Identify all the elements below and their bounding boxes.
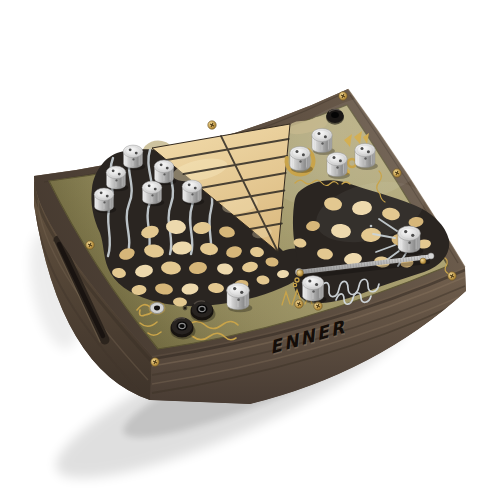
metal-knob[interactable] <box>398 226 424 255</box>
metal-knob[interactable] <box>123 145 145 170</box>
metal-knob[interactable] <box>94 188 116 213</box>
metal-knob[interactable] <box>227 283 253 312</box>
mini-socket[interactable] <box>149 301 166 315</box>
metal-knob[interactable] <box>355 143 378 170</box>
brass-screw <box>393 169 401 177</box>
brass-screw <box>208 121 216 129</box>
metal-knob[interactable] <box>327 152 350 179</box>
metal-knob[interactable] <box>290 146 313 173</box>
product-photo: ENNER ENNER <box>0 0 500 500</box>
metal-knob[interactable] <box>182 180 204 205</box>
pin-hole <box>183 306 188 311</box>
metal-knob[interactable] <box>302 276 326 304</box>
brass-screw <box>339 92 347 100</box>
brass-screw <box>448 272 456 280</box>
brass-screw <box>151 358 159 366</box>
metal-knob[interactable] <box>154 160 176 185</box>
metal-knob[interactable] <box>142 181 164 206</box>
brass-screw <box>295 300 303 308</box>
metal-knob[interactable] <box>312 128 335 155</box>
metal-knob[interactable] <box>106 166 128 191</box>
enner-board: ENNER ENNER <box>0 0 500 500</box>
rubber-grommet <box>326 109 344 125</box>
brass-screw <box>86 241 94 249</box>
